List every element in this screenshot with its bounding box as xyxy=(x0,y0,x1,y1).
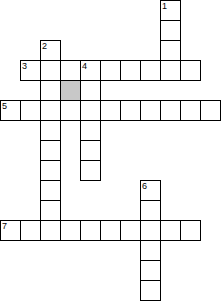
crossword-cell[interactable] xyxy=(120,100,141,121)
crossword-cell[interactable] xyxy=(40,140,61,161)
crossword-cell[interactable] xyxy=(140,200,161,221)
clue-number: 7 xyxy=(2,221,7,231)
crossword-cell[interactable] xyxy=(160,40,181,61)
clue-number: 1 xyxy=(162,1,167,11)
clue-number: 2 xyxy=(42,41,47,51)
crossword-cell[interactable] xyxy=(120,220,141,241)
crossword-cell[interactable] xyxy=(180,100,201,121)
crossword-cell[interactable] xyxy=(60,100,81,121)
crossword-cell[interactable] xyxy=(20,220,41,241)
crossword-cell[interactable] xyxy=(40,200,61,221)
crossword-cell[interactable]: 1 xyxy=(160,0,181,21)
crossword-cell[interactable] xyxy=(80,100,101,121)
crossword-cell[interactable] xyxy=(80,160,101,181)
crossword-cell[interactable] xyxy=(180,60,201,81)
crossword-cell[interactable] xyxy=(40,180,61,201)
crossword-cell[interactable] xyxy=(20,100,41,121)
crossword-cell[interactable] xyxy=(40,60,61,81)
clue-number: 6 xyxy=(142,181,147,191)
crossword-cell[interactable] xyxy=(40,120,61,141)
crossword-cell[interactable] xyxy=(160,20,181,41)
crossword-cell[interactable]: 3 xyxy=(20,60,41,81)
crossword-cell[interactable] xyxy=(100,220,121,241)
crossword-cell[interactable] xyxy=(100,60,121,81)
crossword-cell[interactable] xyxy=(140,280,161,301)
crossword-cell[interactable] xyxy=(140,260,161,281)
crossword-cell[interactable] xyxy=(80,120,101,141)
crossword-board: 1234567 xyxy=(0,0,221,301)
crossword-cell[interactable] xyxy=(40,220,61,241)
crossword-cell[interactable] xyxy=(40,80,61,101)
clue-number: 5 xyxy=(2,101,7,111)
crossword-cell[interactable] xyxy=(40,100,61,121)
clue-number: 3 xyxy=(22,61,27,71)
crossword-cell[interactable] xyxy=(60,60,81,81)
crossword-cell[interactable]: 6 xyxy=(140,180,161,201)
crossword-cell[interactable]: 5 xyxy=(0,100,21,121)
crossword-cell[interactable]: 7 xyxy=(0,220,21,241)
crossword-cell[interactable] xyxy=(60,220,81,241)
crossword-cell[interactable] xyxy=(140,100,161,121)
crossword-cell[interactable] xyxy=(160,60,181,81)
crossword-cell[interactable] xyxy=(140,240,161,261)
crossword-cell[interactable] xyxy=(180,220,201,241)
crossword-cell[interactable]: 4 xyxy=(80,60,101,81)
crossword-cell[interactable] xyxy=(140,220,161,241)
shaded-cell[interactable] xyxy=(60,80,81,101)
crossword-cell[interactable] xyxy=(100,100,121,121)
crossword-cell[interactable] xyxy=(80,140,101,161)
crossword-cell[interactable] xyxy=(80,80,101,101)
crossword-cell[interactable] xyxy=(140,60,161,81)
clue-number: 4 xyxy=(82,61,87,71)
crossword-cell[interactable] xyxy=(40,160,61,181)
crossword-cell[interactable] xyxy=(80,220,101,241)
crossword-cell[interactable]: 2 xyxy=(40,40,61,61)
crossword-cell[interactable] xyxy=(200,100,221,121)
crossword-cell[interactable] xyxy=(160,100,181,121)
crossword-cell[interactable] xyxy=(160,220,181,241)
crossword-cell[interactable] xyxy=(120,60,141,81)
